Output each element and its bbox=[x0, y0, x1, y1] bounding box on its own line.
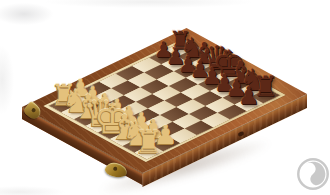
clasp-pin bbox=[113, 167, 118, 172]
pieces-layer: ♜♞♝♛♚♝♞♜♟♟♟♟♟♟♟♟♟♟♟♟♟♟♟♟♜♞♝♛♚♝♞♜ bbox=[0, 0, 330, 195]
s-swirl-logo-icon bbox=[294, 155, 330, 193]
chess-set-product-photo: ♜♞♝♛♚♝♞♜♟♟♟♟♟♟♟♟♟♟♟♟♟♟♟♟♜♞♝♛♚♝♞♜ bbox=[0, 0, 330, 195]
piece-black-pawn-h7: ♟ bbox=[238, 84, 260, 108]
piece-white-rook-h1: ♜ bbox=[135, 126, 164, 158]
clasp-pin bbox=[30, 107, 36, 113]
